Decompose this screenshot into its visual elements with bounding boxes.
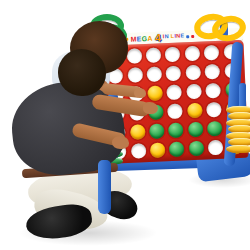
board-cell-r1c5[interactable] <box>185 46 201 62</box>
board-cell-r6c2[interactable] <box>130 143 146 159</box>
yellow-disc-stack[interactable] <box>226 107 250 161</box>
board-cell-r3c5[interactable] <box>186 84 202 100</box>
board-cell-r4c5[interactable] <box>187 103 203 119</box>
board-cell-r1c2[interactable] <box>126 48 142 64</box>
board-cell-r6c3[interactable] <box>150 142 166 158</box>
board-cell-r3c6[interactable] <box>206 83 222 99</box>
board-cell-r2c3[interactable] <box>147 66 163 82</box>
board-cell-r1c3[interactable] <box>146 47 162 63</box>
board-cell-r4c4[interactable] <box>168 104 184 120</box>
board-cell-r2c6[interactable] <box>205 64 221 80</box>
board-cell-r4c6[interactable] <box>206 102 222 118</box>
board-cell-r2c2[interactable] <box>127 67 143 83</box>
board-cell-r2c5[interactable] <box>185 65 201 81</box>
banner-letter: A <box>147 34 153 41</box>
yellow-disc-holder-top <box>194 12 240 42</box>
board-cell-r2c4[interactable] <box>166 66 182 82</box>
banner-number-4: 4 <box>154 32 161 43</box>
board-cell-r3c4[interactable] <box>167 85 183 101</box>
adult-pointing-hand <box>143 102 158 114</box>
board-cell-r5c5[interactable] <box>188 122 204 138</box>
board-cell-r5c4[interactable] <box>168 122 184 138</box>
banner-letter: E <box>180 33 184 39</box>
confetti-decoration <box>186 35 189 38</box>
board-cell-r6c6[interactable] <box>208 140 224 156</box>
frame-left-foot <box>98 160 111 214</box>
board-cell-r1c4[interactable] <box>165 47 181 63</box>
adult-reaching-hand <box>112 136 129 149</box>
stacked-disc[interactable] <box>226 145 250 153</box>
board-cell-r6c5[interactable] <box>189 141 205 157</box>
board-cell-r5c2[interactable] <box>130 124 146 140</box>
adult-player-head <box>58 49 106 96</box>
child-hand <box>134 88 146 98</box>
board-cell-r6c4[interactable] <box>169 141 185 157</box>
banner-title-mega: MEGA <box>130 34 153 42</box>
banner-title-inline: IN LINE <box>163 34 185 40</box>
product-photo-scene: FEBER MEGA 4 IN LINE <box>0 0 250 250</box>
board-cell-r3c3[interactable] <box>147 85 163 101</box>
board-cell-r1c6[interactable] <box>204 45 220 61</box>
board-cell-r5c6[interactable] <box>207 121 223 137</box>
board-cell-r5c3[interactable] <box>149 123 165 139</box>
